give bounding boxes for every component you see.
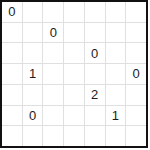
grid-cell[interactable] [106,85,126,105]
grid-cell[interactable] [64,23,84,43]
grid-cell[interactable]: 2 [85,85,105,105]
grid-cell[interactable]: 0 [85,43,105,63]
grid-cell[interactable]: 1 [23,64,43,84]
grid-cell[interactable] [64,2,84,22]
grid-cell[interactable] [85,126,105,146]
grid-cell[interactable] [85,64,105,84]
grid-cell[interactable] [126,126,146,146]
grid-cell[interactable] [85,106,105,126]
grid-cell[interactable] [43,106,63,126]
grid-cell[interactable] [43,126,63,146]
grid-cell[interactable] [23,43,43,63]
grid-cell[interactable]: 0 [43,23,63,43]
grid-cell[interactable] [126,23,146,43]
grid-cell[interactable] [43,64,63,84]
grid-cell[interactable] [64,43,84,63]
grid-cell[interactable]: 0 [126,64,146,84]
grid-cell[interactable] [106,2,126,22]
puzzle-board: 00010201 [0,0,148,148]
grid-cell[interactable] [64,106,84,126]
grid-cell[interactable] [106,64,126,84]
grid-cell[interactable] [126,43,146,63]
grid-cell[interactable] [23,126,43,146]
grid-cell[interactable] [126,2,146,22]
grid-cell[interactable] [64,64,84,84]
grid-cell[interactable] [2,126,22,146]
grid-cell[interactable] [126,106,146,126]
grid-cell[interactable] [106,43,126,63]
grid-cell[interactable] [64,85,84,105]
grid-cell[interactable] [106,126,126,146]
grid-cell[interactable] [2,23,22,43]
grid-cell[interactable] [43,2,63,22]
grid-cell[interactable] [23,2,43,22]
grid-cell[interactable] [2,106,22,126]
grid-cell[interactable] [43,85,63,105]
grid-cell[interactable] [2,43,22,63]
grid-cell[interactable] [85,23,105,43]
grid-cell[interactable] [85,2,105,22]
grid-cell[interactable] [64,126,84,146]
grid-cell[interactable] [23,85,43,105]
grid-cell[interactable]: 0 [2,2,22,22]
grid-cell[interactable] [23,23,43,43]
grid-cell[interactable] [43,43,63,63]
grid-cell[interactable] [106,23,126,43]
grid-cell[interactable] [126,85,146,105]
grid-cell[interactable] [2,85,22,105]
grid-cell[interactable]: 1 [106,106,126,126]
grid-cell[interactable] [2,64,22,84]
grid-cell[interactable]: 0 [23,106,43,126]
